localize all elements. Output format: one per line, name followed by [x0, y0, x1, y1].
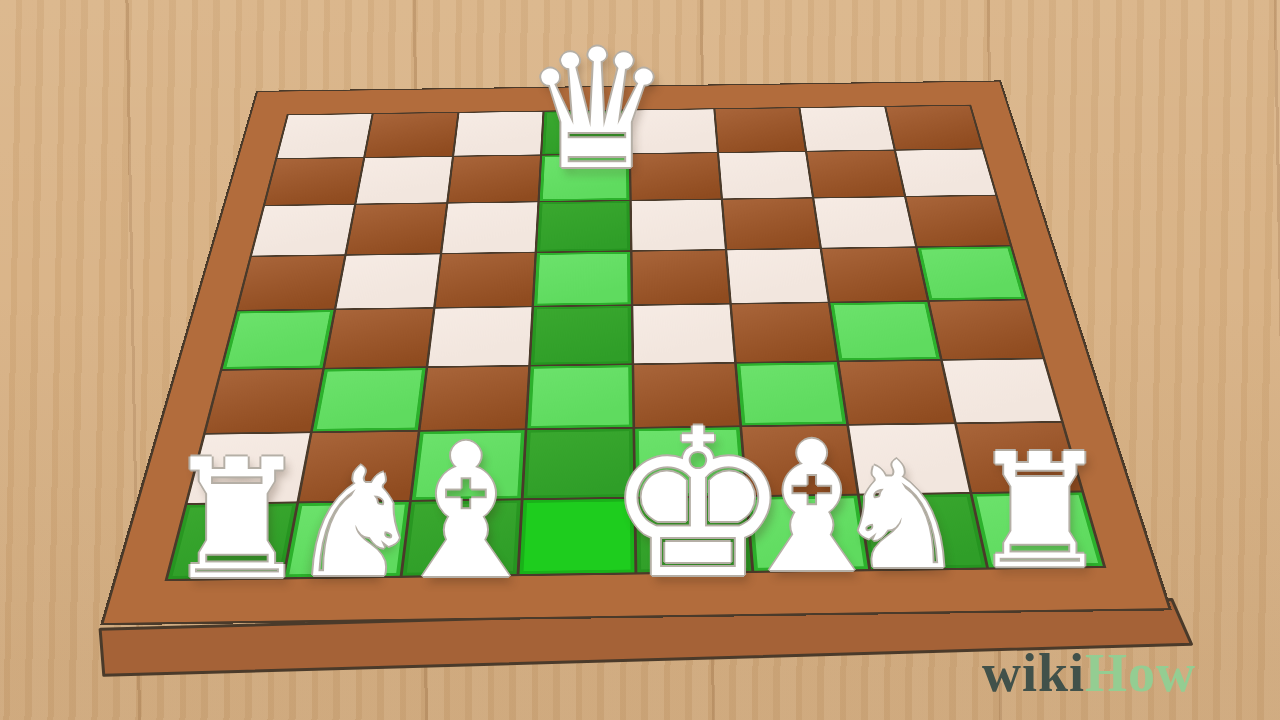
- square-d4: [531, 306, 631, 365]
- square-c1: [402, 500, 520, 576]
- square-a4: [223, 310, 334, 369]
- square-d3: [528, 365, 633, 429]
- square-a2: [188, 433, 310, 502]
- square-h7: [896, 149, 995, 196]
- square-g8: [801, 107, 894, 151]
- square-g2: [849, 424, 969, 493]
- square-a6: [252, 205, 354, 255]
- square-h2: [957, 423, 1081, 492]
- square-f5: [727, 249, 828, 303]
- square-b4: [325, 309, 432, 368]
- square-b3: [313, 368, 425, 432]
- square-g4: [831, 302, 940, 360]
- square-e6: [631, 200, 724, 250]
- square-d7: [540, 154, 629, 201]
- wood-table-background: ♛♜♞♝♚♝♞♜ wikiHow: [0, 0, 1280, 720]
- square-h1: [972, 492, 1103, 567]
- square-c2: [412, 430, 525, 499]
- square-a8: [277, 114, 371, 158]
- wikihow-watermark: wikiHow: [982, 642, 1196, 704]
- square-e5: [632, 250, 729, 304]
- square-b5: [337, 254, 440, 308]
- square-c7: [448, 155, 540, 202]
- square-f1: [748, 495, 869, 570]
- square-e4: [633, 305, 734, 364]
- square-g7: [807, 151, 903, 198]
- square-d1: [520, 498, 634, 574]
- square-a7: [265, 158, 363, 205]
- chess-board: [100, 80, 1172, 625]
- square-a1: [168, 503, 297, 579]
- square-f4: [732, 303, 837, 361]
- square-f6: [723, 199, 820, 249]
- square-d6: [537, 201, 630, 251]
- square-a5: [238, 255, 345, 309]
- square-c3: [420, 366, 528, 430]
- square-c6: [442, 202, 537, 252]
- square-b6: [347, 204, 446, 254]
- square-h5: [917, 246, 1025, 300]
- square-g3: [840, 360, 954, 423]
- square-b2: [300, 432, 418, 501]
- square-f2: [742, 426, 857, 495]
- board-squares-grid: [164, 105, 1106, 582]
- square-d8: [542, 111, 628, 155]
- square-c8: [454, 112, 542, 156]
- square-b7: [357, 157, 452, 204]
- square-h3: [942, 359, 1060, 422]
- square-d2: [524, 429, 633, 498]
- square-f7: [719, 152, 812, 199]
- square-c4: [428, 307, 531, 366]
- board-scene: [0, 0, 1280, 720]
- square-b8: [366, 113, 457, 157]
- square-e7: [631, 153, 721, 200]
- square-c5: [435, 253, 534, 307]
- square-g5: [822, 248, 926, 302]
- square-h4: [929, 300, 1042, 358]
- square-h8: [886, 106, 981, 149]
- wikihow-wiki-text: wiki: [982, 643, 1085, 703]
- square-e1: [636, 497, 751, 573]
- square-a3: [206, 369, 323, 433]
- square-f3: [737, 362, 847, 425]
- square-e8: [630, 109, 717, 153]
- square-d5: [534, 252, 630, 306]
- square-b1: [285, 502, 409, 578]
- square-e3: [634, 363, 739, 427]
- square-h6: [906, 196, 1009, 246]
- square-g6: [815, 197, 915, 247]
- wikihow-how-text: How: [1085, 643, 1196, 703]
- square-g1: [860, 494, 986, 569]
- square-f8: [715, 108, 805, 152]
- square-e2: [635, 427, 745, 496]
